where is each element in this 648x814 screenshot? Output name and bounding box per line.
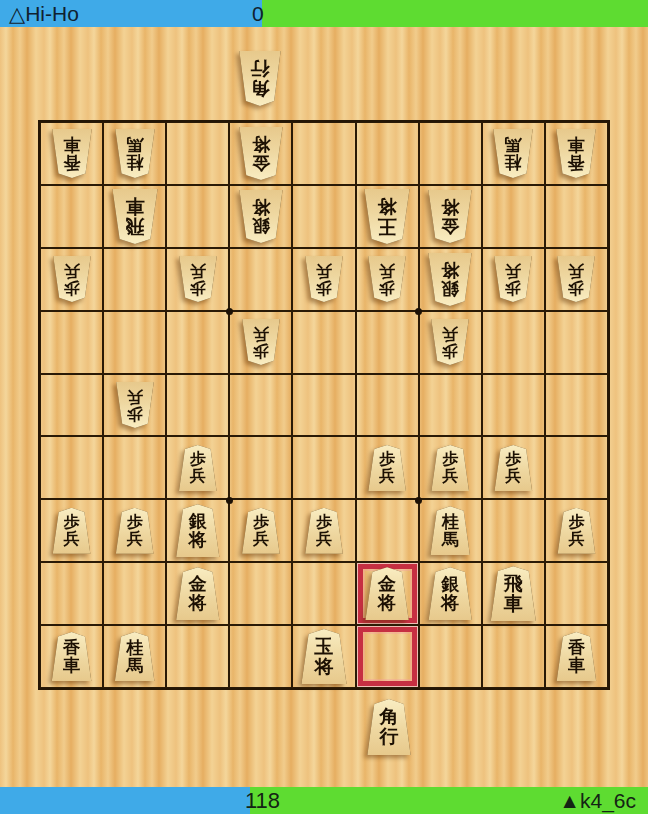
kanji: 金 bbox=[378, 575, 396, 594]
kanji: 車 bbox=[63, 136, 80, 154]
gote-value: 0 bbox=[252, 0, 264, 27]
piece-gote-歩兵[interactable]: 歩兵 bbox=[304, 256, 344, 302]
kanji: 桂 bbox=[126, 639, 143, 657]
kanji: 玉 bbox=[314, 637, 333, 657]
piece-gote-歩兵[interactable]: 歩兵 bbox=[430, 319, 470, 365]
square-5d[interactable] bbox=[292, 311, 355, 374]
kanji: 歩 bbox=[190, 279, 206, 296]
square-3g[interactable]: 桂馬 bbox=[419, 499, 482, 562]
piece-sente-銀将[interactable]: 銀将 bbox=[175, 504, 221, 557]
square-9h[interactable] bbox=[40, 562, 103, 625]
star-point bbox=[226, 308, 233, 315]
square-6i[interactable] bbox=[229, 625, 292, 688]
square-5i[interactable]: 玉将 bbox=[292, 625, 355, 688]
kanji: 兵 bbox=[190, 262, 206, 279]
kanji: 馬 bbox=[126, 136, 143, 154]
square-5e[interactable] bbox=[292, 374, 355, 437]
piece-sente-銀将[interactable]: 銀将 bbox=[427, 567, 473, 620]
square-8e[interactable]: 歩兵 bbox=[103, 374, 166, 437]
piece-gote-金将[interactable]: 金将 bbox=[238, 127, 284, 180]
square-6b[interactable]: 銀将 bbox=[229, 185, 292, 248]
square-3h[interactable]: 銀将 bbox=[419, 562, 482, 625]
kanji: 香 bbox=[63, 639, 80, 657]
piece-sente-金将[interactable]: 金将 bbox=[364, 567, 410, 620]
kanji: 将 bbox=[314, 657, 333, 677]
square-8a[interactable]: 桂馬 bbox=[103, 122, 166, 185]
kanji: 将 bbox=[378, 594, 396, 613]
kanji: 車 bbox=[568, 136, 585, 154]
kanji: 兵 bbox=[568, 531, 584, 548]
kanji: 歩 bbox=[379, 279, 395, 296]
kanji: 歩 bbox=[316, 279, 332, 296]
kanji: 金 bbox=[189, 575, 207, 594]
piece-sente-歩兵[interactable]: 歩兵 bbox=[115, 508, 155, 554]
square-4c[interactable]: 歩兵 bbox=[356, 248, 419, 311]
kanji: 兵 bbox=[253, 325, 269, 342]
square-9e[interactable] bbox=[40, 374, 103, 437]
kanji: 歩 bbox=[505, 279, 521, 296]
square-4h[interactable]: 金将 bbox=[356, 562, 419, 625]
square-6f[interactable] bbox=[229, 436, 292, 499]
bottom-status-bar: 118 ▲k4_6c bbox=[0, 787, 648, 814]
sente-time-bar bbox=[0, 787, 250, 814]
square-1h[interactable] bbox=[545, 562, 608, 625]
kanji: 兵 bbox=[568, 262, 584, 279]
piece-sente-金将[interactable]: 金将 bbox=[175, 567, 221, 620]
kanji: 歩 bbox=[253, 342, 269, 359]
square-4i[interactable] bbox=[356, 625, 419, 688]
square-5h[interactable] bbox=[292, 562, 355, 625]
square-4a[interactable] bbox=[356, 122, 419, 185]
square-9d[interactable] bbox=[40, 311, 103, 374]
kanji: 飛 bbox=[504, 574, 523, 594]
kanji: 将 bbox=[441, 260, 459, 279]
kanji: 将 bbox=[252, 197, 270, 216]
kanji: 車 bbox=[125, 196, 144, 216]
kanji: 兵 bbox=[316, 262, 332, 279]
kanji: 兵 bbox=[505, 262, 521, 279]
kanji: 兵 bbox=[190, 468, 206, 485]
piece-sente-桂馬[interactable]: 桂馬 bbox=[429, 506, 471, 555]
square-8c[interactable] bbox=[103, 248, 166, 311]
kanji: 銀 bbox=[441, 575, 459, 594]
kanji: 兵 bbox=[64, 531, 80, 548]
gote-player-name: △Hi-Ho bbox=[9, 0, 79, 27]
square-7d[interactable] bbox=[166, 311, 229, 374]
square-9f[interactable] bbox=[40, 436, 103, 499]
piece-gote-歩兵[interactable]: 歩兵 bbox=[52, 256, 92, 302]
piece-gote-王将[interactable]: 王将 bbox=[363, 189, 411, 244]
kanji: 馬 bbox=[126, 657, 143, 675]
piece-sente-桂馬[interactable]: 桂馬 bbox=[114, 632, 156, 681]
kanji: 将 bbox=[189, 594, 207, 613]
square-8g[interactable]: 歩兵 bbox=[103, 499, 166, 562]
piece-gote-歩兵[interactable]: 歩兵 bbox=[241, 319, 281, 365]
square-8b[interactable]: 飛車 bbox=[103, 185, 166, 248]
kanji: 王 bbox=[378, 216, 397, 236]
square-2h[interactable]: 飛車 bbox=[482, 562, 545, 625]
piece-gote-歩兵[interactable]: 歩兵 bbox=[115, 382, 155, 428]
piece-gote-銀将[interactable]: 銀将 bbox=[238, 190, 284, 243]
square-5a[interactable] bbox=[292, 122, 355, 185]
kanji: 兵 bbox=[127, 531, 143, 548]
piece-sente-香車[interactable]: 香車 bbox=[555, 632, 597, 681]
square-7e[interactable] bbox=[166, 374, 229, 437]
kanji: 車 bbox=[504, 594, 523, 614]
piece-gote-歩兵[interactable]: 歩兵 bbox=[367, 256, 407, 302]
piece-sente-歩兵[interactable]: 歩兵 bbox=[178, 445, 218, 491]
square-6e[interactable] bbox=[229, 374, 292, 437]
square-6d[interactable]: 歩兵 bbox=[229, 311, 292, 374]
piece-sente-玉将[interactable]: 玉将 bbox=[300, 629, 348, 684]
kanji: 香 bbox=[568, 639, 585, 657]
piece-sente-歩兵[interactable]: 歩兵 bbox=[556, 508, 596, 554]
square-8d[interactable] bbox=[103, 311, 166, 374]
square-2i[interactable] bbox=[482, 625, 545, 688]
square-9b[interactable] bbox=[40, 185, 103, 248]
kanji: 行 bbox=[251, 59, 270, 79]
kanji: 車 bbox=[568, 657, 585, 675]
square-5c[interactable]: 歩兵 bbox=[292, 248, 355, 311]
piece-sente-飛車[interactable]: 飛車 bbox=[489, 566, 537, 621]
piece-gote-歩兵[interactable]: 歩兵 bbox=[493, 256, 533, 302]
square-9i[interactable]: 香車 bbox=[40, 625, 103, 688]
kanji: 香 bbox=[568, 153, 585, 171]
kanji: 兵 bbox=[379, 262, 395, 279]
kanji: 将 bbox=[378, 196, 397, 216]
star-point bbox=[415, 497, 422, 504]
kanji: 桂 bbox=[505, 153, 522, 171]
square-3f[interactable]: 歩兵 bbox=[419, 436, 482, 499]
square-6g[interactable]: 歩兵 bbox=[229, 499, 292, 562]
square-1c[interactable]: 歩兵 bbox=[545, 248, 608, 311]
piece-sente-歩兵[interactable]: 歩兵 bbox=[430, 445, 470, 491]
move-number: 118 bbox=[245, 787, 280, 814]
square-2c[interactable]: 歩兵 bbox=[482, 248, 545, 311]
square-2g[interactable] bbox=[482, 499, 545, 562]
piece-sente-歩兵[interactable]: 歩兵 bbox=[304, 508, 344, 554]
piece-gote-歩兵[interactable]: 歩兵 bbox=[556, 256, 596, 302]
kanji: 兵 bbox=[253, 531, 269, 548]
square-4e[interactable] bbox=[356, 374, 419, 437]
square-6h[interactable] bbox=[229, 562, 292, 625]
piece-gote-桂馬[interactable]: 桂馬 bbox=[114, 129, 156, 178]
square-7g[interactable]: 銀将 bbox=[166, 499, 229, 562]
kanji: 兵 bbox=[505, 468, 521, 485]
sente-hand-piece-角行[interactable]: 角行 bbox=[366, 699, 412, 755]
kanji: 兵 bbox=[379, 468, 395, 485]
kanji: 銀 bbox=[189, 512, 207, 531]
square-2b[interactable] bbox=[482, 185, 545, 248]
piece-gote-飛車[interactable]: 飛車 bbox=[111, 189, 159, 244]
gote-time-bar-fill bbox=[262, 0, 648, 27]
square-3a[interactable] bbox=[419, 122, 482, 185]
square-6a[interactable]: 金将 bbox=[229, 122, 292, 185]
kanji: 兵 bbox=[442, 325, 458, 342]
square-8f[interactable] bbox=[103, 436, 166, 499]
kanji: 金 bbox=[441, 216, 459, 235]
star-point bbox=[415, 308, 422, 315]
square-6c[interactable] bbox=[229, 248, 292, 311]
square-4f[interactable]: 歩兵 bbox=[356, 436, 419, 499]
square-9g[interactable]: 歩兵 bbox=[40, 499, 103, 562]
kanji: 香 bbox=[63, 153, 80, 171]
square-7h[interactable]: 金将 bbox=[166, 562, 229, 625]
kanji: 歩 bbox=[442, 342, 458, 359]
star-point bbox=[226, 497, 233, 504]
square-7f[interactable]: 歩兵 bbox=[166, 436, 229, 499]
square-3b[interactable]: 金将 bbox=[419, 185, 482, 248]
piece-sente-歩兵[interactable]: 歩兵 bbox=[52, 508, 92, 554]
last-move-notation: ▲k4_6c bbox=[559, 787, 636, 814]
kanji: 車 bbox=[63, 657, 80, 675]
square-1f[interactable] bbox=[545, 436, 608, 499]
kanji: 兵 bbox=[442, 468, 458, 485]
square-2f[interactable]: 歩兵 bbox=[482, 436, 545, 499]
shogi-board: 香車桂馬金将桂馬香車飛車銀将王将金将歩兵歩兵歩兵歩兵銀将歩兵歩兵歩兵歩兵歩兵歩兵… bbox=[38, 120, 610, 690]
square-9a[interactable]: 香車 bbox=[40, 122, 103, 185]
kanji: 歩 bbox=[568, 279, 584, 296]
kanji: 銀 bbox=[441, 279, 459, 298]
piece-gote-歩兵[interactable]: 歩兵 bbox=[178, 256, 218, 302]
square-9c[interactable]: 歩兵 bbox=[40, 248, 103, 311]
square-4b[interactable]: 王将 bbox=[356, 185, 419, 248]
top-status-bar: △Hi-Ho 0 bbox=[0, 0, 648, 27]
piece-sente-香車[interactable]: 香車 bbox=[51, 632, 93, 681]
piece-sente-歩兵[interactable]: 歩兵 bbox=[493, 445, 533, 491]
kanji: 飛 bbox=[125, 216, 144, 236]
piece-gote-香車[interactable]: 香車 bbox=[51, 129, 93, 178]
piece-gote-桂馬[interactable]: 桂馬 bbox=[492, 129, 534, 178]
gote-hand-piece-角行[interactable]: 角行 bbox=[238, 51, 282, 106]
square-7i[interactable] bbox=[166, 625, 229, 688]
kanji: 歩 bbox=[64, 279, 80, 296]
kanji: 角 bbox=[380, 707, 399, 727]
square-4g[interactable] bbox=[356, 499, 419, 562]
square-1i[interactable]: 香車 bbox=[545, 625, 608, 688]
square-2e[interactable] bbox=[482, 374, 545, 437]
square-2d[interactable] bbox=[482, 311, 545, 374]
square-4d[interactable] bbox=[356, 311, 419, 374]
piece-gote-金将[interactable]: 金将 bbox=[427, 190, 473, 243]
square-5f[interactable] bbox=[292, 436, 355, 499]
kanji: 兵 bbox=[127, 388, 143, 405]
kanji: 角 bbox=[251, 79, 270, 99]
square-3d[interactable]: 歩兵 bbox=[419, 311, 482, 374]
kanji: 兵 bbox=[64, 262, 80, 279]
square-8i[interactable]: 桂馬 bbox=[103, 625, 166, 688]
piece-sente-歩兵[interactable]: 歩兵 bbox=[367, 445, 407, 491]
piece-gote-香車[interactable]: 香車 bbox=[555, 129, 597, 178]
kanji: 桂 bbox=[126, 153, 143, 171]
square-7b[interactable] bbox=[166, 185, 229, 248]
square-7c[interactable]: 歩兵 bbox=[166, 248, 229, 311]
square-3e[interactable] bbox=[419, 374, 482, 437]
kanji: 将 bbox=[252, 135, 270, 154]
square-1a[interactable]: 香車 bbox=[545, 122, 608, 185]
kanji: 将 bbox=[441, 594, 459, 613]
kanji: 金 bbox=[252, 153, 270, 172]
square-1e[interactable] bbox=[545, 374, 608, 437]
square-1g[interactable]: 歩兵 bbox=[545, 499, 608, 562]
square-3i[interactable] bbox=[419, 625, 482, 688]
kanji: 行 bbox=[380, 727, 399, 747]
kanji: 馬 bbox=[505, 136, 522, 154]
piece-sente-歩兵[interactable]: 歩兵 bbox=[241, 508, 281, 554]
kanji: 銀 bbox=[252, 216, 270, 235]
kanji: 将 bbox=[441, 197, 459, 216]
kanji: 馬 bbox=[442, 531, 459, 549]
kanji: 将 bbox=[189, 531, 207, 550]
square-5g[interactable]: 歩兵 bbox=[292, 499, 355, 562]
square-3c[interactable]: 銀将 bbox=[419, 248, 482, 311]
square-1d[interactable] bbox=[545, 311, 608, 374]
square-5b[interactable] bbox=[292, 185, 355, 248]
square-1b[interactable] bbox=[545, 185, 608, 248]
square-2a[interactable]: 桂馬 bbox=[482, 122, 545, 185]
piece-gote-銀将[interactable]: 銀将 bbox=[427, 253, 473, 306]
kanji: 兵 bbox=[316, 531, 332, 548]
square-8h[interactable] bbox=[103, 562, 166, 625]
square-7a[interactable] bbox=[166, 122, 229, 185]
kanji: 歩 bbox=[127, 405, 143, 422]
